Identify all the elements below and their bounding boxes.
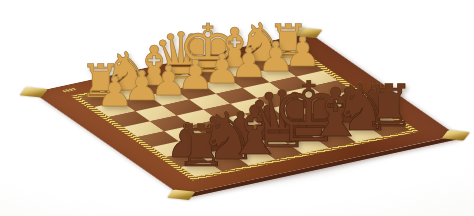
corner-accent-right [442, 130, 470, 141]
frame-engraving-left [62, 88, 77, 93]
product-photo-scene: ♜♞♝♛♚♝♞♜♟♟♟♟♟♟♟♟♟♟♟♟♟♟♟♟♜♞♝♛♚♝♞♜ [0, 0, 474, 216]
corner-accent-left [19, 87, 47, 98]
corner-accent-far [294, 28, 322, 39]
